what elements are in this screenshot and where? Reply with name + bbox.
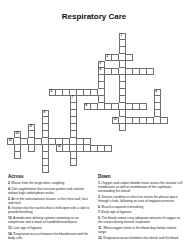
grid-cell[interactable]: 8 — [84, 103, 91, 110]
grid-cell[interactable] — [42, 138, 49, 145]
grid-void — [140, 33, 147, 40]
grid-void — [21, 33, 28, 40]
grid-void — [84, 159, 91, 166]
grid-void — [35, 89, 42, 96]
grid-void — [161, 54, 168, 61]
grid-cell[interactable] — [126, 103, 133, 110]
grid-void — [126, 166, 133, 173]
grid-void — [14, 117, 21, 124]
grid-void — [42, 75, 49, 82]
grid-void — [63, 75, 70, 82]
grid-cell[interactable] — [28, 145, 35, 152]
clue-item-text: Respiration occurs between the bloodstre… — [8, 232, 88, 240]
clue-item: 6. Muscles required in breathing — [98, 205, 184, 209]
grid-void — [21, 124, 28, 131]
grid-void — [91, 40, 98, 47]
grid-void — [84, 47, 91, 54]
grid-void — [28, 96, 35, 103]
grid-cell[interactable] — [77, 89, 84, 96]
grid-void — [49, 117, 56, 124]
grid-void — [126, 124, 133, 131]
grid-cell[interactable] — [42, 152, 49, 159]
grid-void — [154, 159, 161, 166]
grid-void — [98, 117, 105, 124]
grid-void — [63, 40, 70, 47]
grid-void — [105, 40, 112, 47]
clue-number: 13 — [8, 139, 11, 142]
grid-void — [42, 33, 49, 40]
grid-void — [84, 124, 91, 131]
grid-void — [35, 124, 42, 131]
clue-item-text: Muscles required in breathing — [102, 205, 144, 209]
grid-cell[interactable] — [154, 117, 161, 124]
grid-void — [147, 124, 154, 131]
grid-void — [35, 103, 42, 110]
grid-void — [161, 47, 168, 54]
across-clues-panel: Across 2. Mucus from the lungs when coug… — [8, 174, 94, 242]
grid-void — [126, 152, 133, 159]
clue-item-text: Respiration occurs between the alveoli a… — [103, 236, 178, 240]
grid-void — [126, 75, 133, 82]
grid-void — [21, 89, 28, 96]
grid-void — [56, 159, 63, 166]
grid-cell[interactable] — [28, 131, 35, 138]
grid-cell[interactable] — [42, 131, 49, 138]
grid-void — [105, 152, 112, 159]
grid-void — [154, 61, 161, 68]
grid-cell[interactable] — [84, 138, 91, 145]
grid-void — [98, 33, 105, 40]
grid-cell[interactable] — [161, 117, 168, 124]
grid-void — [98, 131, 105, 138]
grid-void — [140, 138, 147, 145]
grid-void — [105, 138, 112, 145]
grid-cell[interactable] — [119, 96, 126, 103]
grid-void — [56, 110, 63, 117]
grid-void — [28, 61, 35, 68]
grid-cell[interactable] — [119, 40, 126, 47]
grid-cell[interactable] — [119, 47, 126, 54]
grid-void — [91, 54, 98, 61]
grid-cell[interactable] — [70, 152, 77, 159]
grid-cell[interactable] — [112, 68, 119, 75]
grid-void — [14, 75, 21, 82]
grid-void — [35, 54, 42, 61]
clue-number: 9 — [43, 111, 45, 114]
grid-void — [7, 68, 14, 75]
grid-cell[interactable] — [70, 131, 77, 138]
grid-void — [140, 152, 147, 159]
grid-cell[interactable] — [98, 82, 105, 89]
grid-void — [63, 131, 70, 138]
grid-cell[interactable] — [14, 138, 21, 145]
grid-void — [133, 110, 140, 117]
grid-void — [77, 131, 84, 138]
grid-cell[interactable] — [119, 54, 126, 61]
grid-void — [63, 159, 70, 166]
grid-cell[interactable] — [28, 138, 35, 145]
grid-void — [126, 131, 133, 138]
grid-void — [7, 117, 14, 124]
grid-void — [98, 54, 105, 61]
grid-void — [35, 33, 42, 40]
clue-number: 7 — [71, 96, 73, 99]
grid-cell[interactable] — [91, 103, 98, 110]
grid-void — [35, 117, 42, 124]
grid-void — [49, 75, 56, 82]
grid-cell[interactable] — [70, 103, 77, 110]
grid-void — [140, 110, 147, 117]
grid-void — [14, 103, 21, 110]
grid-cell[interactable]: 5 — [49, 89, 56, 96]
grid-void — [140, 75, 147, 82]
grid-void — [63, 68, 70, 75]
grid-void — [63, 96, 70, 103]
grid-cell[interactable] — [70, 138, 77, 145]
grid-void — [112, 82, 119, 89]
clue-number: 10 — [113, 118, 116, 121]
grid-void — [77, 103, 84, 110]
grid-void — [21, 152, 28, 159]
grid-void — [70, 61, 77, 68]
grid-void — [126, 96, 133, 103]
grid-void — [77, 82, 84, 89]
grid-cell[interactable] — [98, 75, 105, 82]
grid-void — [140, 61, 147, 68]
grid-cell[interactable] — [119, 61, 126, 68]
grid-void — [161, 33, 168, 40]
grid-void — [154, 124, 161, 131]
grid-void — [98, 152, 105, 159]
grid-void — [133, 166, 140, 173]
grid-void — [126, 61, 133, 68]
grid-cell[interactable] — [112, 54, 119, 61]
grid-void — [70, 82, 77, 89]
grid-void — [147, 159, 154, 166]
grid-void — [7, 159, 14, 166]
grid-cell[interactable] — [140, 103, 147, 110]
grid-void — [126, 89, 133, 96]
grid-void — [147, 145, 154, 152]
grid-void — [154, 54, 161, 61]
grid-cell[interactable] — [21, 138, 28, 145]
grid-cell[interactable] — [63, 89, 70, 96]
clue-item-text: Air in the subcutaneous tissues, in the … — [8, 197, 88, 205]
grid-cell[interactable] — [133, 68, 140, 75]
grid-cell[interactable] — [84, 145, 91, 152]
grid-void — [154, 68, 161, 75]
grid-void — [56, 166, 63, 173]
clue-item: 2. Mucus from the lungs when coughing — [8, 181, 94, 185]
clue-number: 3 — [99, 62, 101, 65]
grid-void — [21, 131, 28, 138]
grid-void — [49, 61, 56, 68]
grid-cell[interactable] — [14, 145, 21, 152]
grid-void — [161, 131, 168, 138]
grid-cell[interactable] — [70, 159, 77, 166]
grid-void — [7, 166, 14, 173]
grid-void — [56, 54, 63, 61]
grid-cell[interactable] — [14, 152, 21, 159]
grid-cell[interactable] — [140, 68, 147, 75]
grid-void — [91, 96, 98, 103]
grid-cell[interactable] — [63, 145, 70, 152]
grid-void — [35, 40, 42, 47]
grid-void — [77, 110, 84, 117]
grid-cell[interactable]: 13 — [7, 138, 14, 145]
grid-void — [49, 110, 56, 117]
grid-void — [56, 117, 63, 124]
grid-void — [63, 152, 70, 159]
grid-void — [49, 124, 56, 131]
grid-cell[interactable] — [35, 138, 42, 145]
grid-void — [112, 40, 119, 47]
grid-cell[interactable] — [140, 117, 147, 124]
grid-cell[interactable]: 11 — [28, 124, 35, 131]
grid-cell[interactable] — [119, 103, 126, 110]
clue-item: 13. Late sign of hypoxia — [8, 226, 94, 230]
grid-void — [63, 54, 70, 61]
grid-cell[interactable] — [63, 138, 70, 145]
grid-void — [70, 166, 77, 173]
grid-void — [105, 131, 112, 138]
grid-cell[interactable]: 1 — [119, 33, 126, 40]
grid-void — [84, 54, 91, 61]
grid-cell[interactable] — [42, 166, 49, 173]
grid-cell[interactable]: 4 — [98, 68, 105, 75]
grid-cell[interactable] — [154, 103, 161, 110]
grid-void — [77, 33, 84, 40]
grid-void — [84, 117, 91, 124]
grid-cell[interactable] — [105, 68, 112, 75]
grid-cell[interactable] — [91, 89, 98, 96]
down-header: Down — [98, 174, 184, 179]
grid-void — [119, 166, 126, 173]
grid-void — [21, 61, 28, 68]
grid-void — [21, 159, 28, 166]
grid-void — [105, 110, 112, 117]
grid-void — [105, 117, 112, 124]
grid-cell[interactable]: 9 — [42, 110, 49, 117]
grid-void — [126, 82, 133, 89]
grid-void — [126, 40, 133, 47]
grid-cell[interactable] — [133, 103, 140, 110]
grid-void — [154, 40, 161, 47]
clue-item-text: A medication delivery system containing … — [8, 216, 79, 224]
grid-void — [63, 110, 70, 117]
grid-cell[interactable]: 6 — [154, 89, 161, 96]
clue-number: 8 — [85, 104, 87, 107]
grid-void — [133, 89, 140, 96]
grid-void — [21, 110, 28, 117]
grid-void — [147, 82, 154, 89]
grid-void — [161, 110, 168, 117]
grid-void — [84, 68, 91, 75]
grid-cell[interactable] — [84, 89, 91, 96]
grid-cell[interactable] — [98, 103, 105, 110]
grid-void — [28, 152, 35, 159]
grid-cell[interactable] — [77, 145, 84, 152]
grid-void — [133, 33, 140, 40]
grid-cell[interactable] — [49, 138, 56, 145]
grid-void — [112, 47, 119, 54]
grid-void — [7, 152, 14, 159]
grid-void — [56, 33, 63, 40]
grid-void — [140, 47, 147, 54]
grid-cell[interactable] — [119, 75, 126, 82]
grid-void — [112, 159, 119, 166]
grid-void — [14, 124, 21, 131]
grid-void — [63, 103, 70, 110]
down-clues-panel: Down 1. Oxygen and carbon dioxide move a… — [98, 174, 184, 242]
grid-cell[interactable] — [119, 89, 126, 96]
grid-cell[interactable]: 12 — [14, 131, 21, 138]
grid-cell[interactable] — [98, 145, 105, 152]
grid-cell[interactable] — [154, 96, 161, 103]
clue-item-text: Mucus from the lungs when coughing — [12, 181, 65, 185]
grid-void — [56, 103, 63, 110]
grid-void — [105, 82, 112, 89]
grid-void — [147, 110, 154, 117]
grid-cell[interactable] — [105, 103, 112, 110]
grid-void — [14, 40, 21, 47]
grid-cell[interactable]: 14 — [56, 145, 63, 152]
grid-void — [14, 33, 21, 40]
grid-void — [98, 47, 105, 54]
grid-cell[interactable] — [42, 145, 49, 152]
grid-void — [28, 89, 35, 96]
grid-void — [105, 159, 112, 166]
grid-cell[interactable] — [119, 82, 126, 89]
grid-void — [133, 61, 140, 68]
grid-void — [49, 40, 56, 47]
grid-void — [147, 166, 154, 173]
grid-cell[interactable] — [112, 103, 119, 110]
grid-cell[interactable] — [70, 124, 77, 131]
grid-void — [21, 82, 28, 89]
grid-cell[interactable] — [126, 117, 133, 124]
grid-cell[interactable] — [70, 117, 77, 124]
grid-void — [84, 40, 91, 47]
grid-void — [147, 33, 154, 40]
grid-void — [28, 166, 35, 173]
grid-void — [161, 89, 168, 96]
page-title: Respiratory Care — [0, 0, 188, 21]
grid-cell[interactable] — [56, 89, 63, 96]
grid-void — [63, 33, 70, 40]
grid-void — [161, 61, 168, 68]
grid-void — [28, 33, 35, 40]
grid-void — [35, 68, 42, 75]
grid-cell[interactable] — [91, 145, 98, 152]
grid-cell[interactable] — [119, 110, 126, 117]
grid-void — [42, 82, 49, 89]
grid-void — [14, 110, 21, 117]
grid-cell[interactable] — [126, 68, 133, 75]
clue-number: 1 — [120, 34, 122, 37]
grid-void — [14, 89, 21, 96]
grid-void — [147, 47, 154, 54]
grid-void — [28, 82, 35, 89]
grid-cell[interactable]: 10 — [112, 117, 119, 124]
grid-cell[interactable] — [147, 117, 154, 124]
grid-void — [112, 75, 119, 82]
down-clues-list: 1. Oxygen and carbon dioxide move across… — [98, 181, 184, 240]
grid-void — [21, 117, 28, 124]
grid-void — [154, 33, 161, 40]
clue-item-text: When oxygen levels in the blood drop bel… — [98, 226, 176, 234]
clue-item-text: The blood cannot carry adequate amounts … — [98, 216, 180, 224]
grid-void — [7, 40, 14, 47]
grid-void — [133, 82, 140, 89]
grid-void — [49, 131, 56, 138]
grid-void — [140, 40, 147, 47]
grid-cell[interactable] — [119, 124, 126, 131]
grid-void — [91, 75, 98, 82]
grid-cell[interactable] — [77, 138, 84, 145]
grid-void — [49, 166, 56, 173]
grid-void — [49, 96, 56, 103]
grid-void — [105, 75, 112, 82]
grid-cell[interactable] — [42, 117, 49, 124]
grid-void — [161, 68, 168, 75]
grid-void — [126, 145, 133, 152]
grid-void — [77, 40, 84, 47]
grid-cell[interactable] — [98, 89, 105, 96]
crossword-grid: 1234567891011121314 — [7, 33, 168, 173]
grid-void — [91, 82, 98, 89]
grid-void — [105, 89, 112, 96]
grid-cell[interactable] — [42, 124, 49, 131]
grid-void — [14, 68, 21, 75]
grid-void — [21, 166, 28, 173]
grid-cell[interactable] — [70, 110, 77, 117]
grid-cell[interactable]: 2 — [105, 54, 112, 61]
grid-void — [77, 75, 84, 82]
grid-void — [56, 40, 63, 47]
grid-cell[interactable]: 7 — [70, 96, 77, 103]
grid-cell[interactable] — [119, 68, 126, 75]
grid-void — [49, 82, 56, 89]
grid-void — [42, 40, 49, 47]
clue-number: 12 — [15, 132, 18, 135]
grid-cell[interactable] — [98, 96, 105, 103]
grid-cell[interactable] — [119, 117, 126, 124]
grid-void — [28, 159, 35, 166]
grid-cell[interactable] — [70, 145, 77, 152]
grid-void — [112, 145, 119, 152]
grid-cell[interactable] — [126, 54, 133, 61]
clue-number: 11 — [29, 125, 32, 128]
clue-item: 10. A medication delivery system contain… — [8, 216, 94, 224]
grid-void — [98, 40, 105, 47]
clue-item: 8. Incision into the trachea that is hel… — [8, 206, 94, 214]
grid-void — [35, 145, 42, 152]
clue-item: 7. Early sign of hypoxia — [98, 210, 184, 214]
grid-void — [84, 96, 91, 103]
grid-cell[interactable] — [42, 159, 49, 166]
grid-void — [7, 131, 14, 138]
grid-cell[interactable] — [133, 117, 140, 124]
grid-cell[interactable] — [154, 110, 161, 117]
grid-cell[interactable] — [147, 68, 154, 75]
grid-void — [98, 138, 105, 145]
grid-cell[interactable] — [105, 145, 112, 152]
grid-void — [35, 75, 42, 82]
grid-void — [133, 131, 140, 138]
grid-void — [161, 82, 168, 89]
grid-void — [21, 40, 28, 47]
